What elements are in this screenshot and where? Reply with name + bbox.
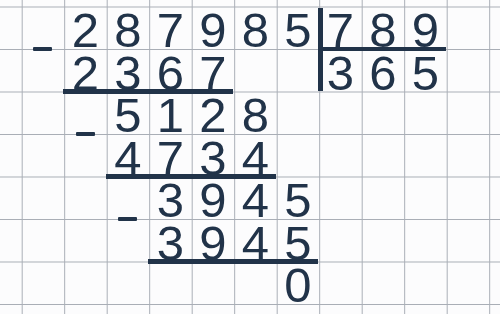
digit-r3-c2: 4 — [107, 137, 150, 180]
underline-2367 — [63, 89, 233, 93]
minus-sign-3 — [118, 217, 137, 221]
long-division-worksheet: 287985789236736551284734394539450 — [0, 0, 500, 314]
digit-r5-c5: 4 — [234, 222, 277, 265]
squared-paper: 287985789236736551284734394539450 — [0, 0, 500, 314]
digit-r1-c9: 5 — [404, 52, 447, 95]
digit-r1-c8: 6 — [362, 52, 405, 95]
digit-r1-c1: 2 — [64, 52, 107, 95]
digit-r0-c5: 8 — [234, 9, 277, 52]
underline-3945 — [148, 259, 318, 263]
minus-sign-1 — [33, 47, 52, 51]
underline-4734 — [106, 174, 276, 178]
digit-r1-c7: 3 — [319, 52, 362, 95]
digit-r6-c6: 0 — [277, 264, 320, 307]
digit-r5-c3: 3 — [149, 222, 192, 265]
division-bar-horizontal — [318, 47, 446, 51]
digit-r5-c4: 9 — [192, 222, 235, 265]
minus-sign-2 — [76, 132, 95, 136]
digit-r0-c6: 5 — [277, 9, 320, 52]
